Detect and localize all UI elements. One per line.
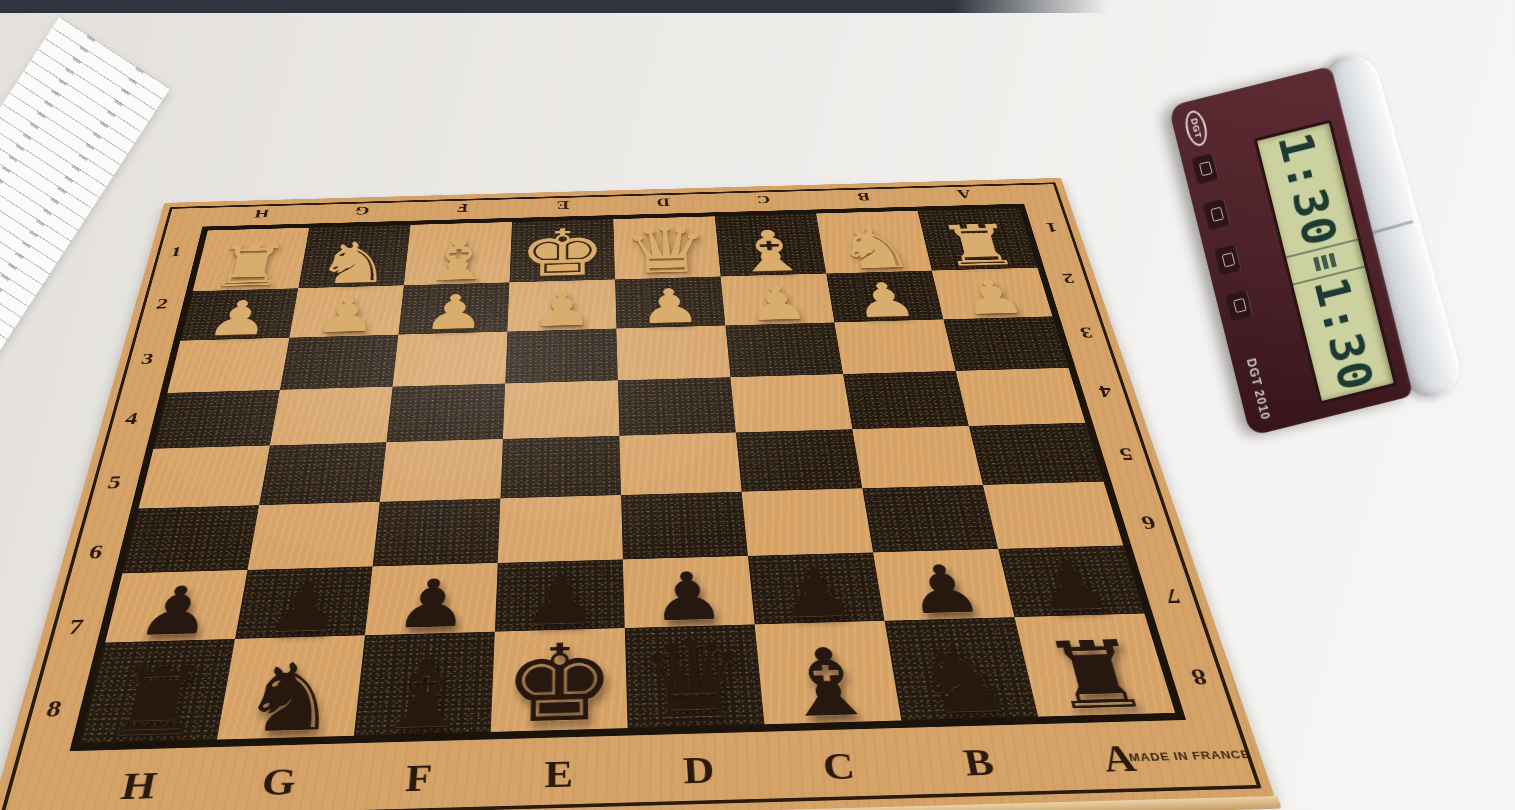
square-d7[interactable]: ♟ [623,556,755,628]
piece-white-pawn[interactable]: ♟ [530,287,593,333]
square-a6[interactable] [983,482,1123,549]
square-b1[interactable]: ♞ [816,211,932,274]
square-a1[interactable]: ♜ [918,208,1038,271]
square-e8[interactable]: ♚ [491,628,628,732]
square-e1[interactable]: ♚ [509,219,615,282]
square-g8[interactable]: ♞ [217,635,365,739]
coord-label-g: G [311,202,413,219]
piece-white-pawn[interactable]: ♟ [312,293,381,339]
coord-label-c: C [766,736,914,797]
square-h1[interactable]: ♜ [193,228,310,292]
coord-label-f: F [346,748,490,809]
coord-label-e: E [488,744,630,805]
square-b8[interactable]: ♞ [885,617,1039,721]
coord-label-h: H [62,755,214,810]
square-b6[interactable] [862,485,998,552]
piece-white-pawn[interactable]: ♟ [638,284,703,330]
square-c5[interactable] [736,429,862,492]
coord-label-d: D [628,740,772,801]
piece-black-knight[interactable]: ♞ [234,652,346,744]
square-c1[interactable]: ♝ [715,214,826,277]
square-e7[interactable]: ♟ [495,559,625,631]
square-h6[interactable] [122,505,259,573]
piece-white-pawn[interactable]: ♟ [203,296,275,343]
piece-black-pawn[interactable]: ♟ [262,576,345,641]
square-f8[interactable]: ♝ [354,631,495,735]
clock-button[interactable] [1192,153,1219,184]
piece-black-bishop[interactable]: ♝ [773,637,884,728]
square-g6[interactable] [248,502,380,570]
square-f7[interactable]: ♟ [365,563,498,636]
square-d1[interactable]: ♛ [613,216,720,279]
background-wall-band [0,0,1108,13]
square-c7[interactable]: ♟ [748,552,885,624]
square-e4[interactable] [503,380,619,439]
square-h5[interactable] [139,445,270,508]
square-g7[interactable]: ♟ [235,566,373,639]
piece-white-bishop[interactable]: ♝ [417,232,498,288]
square-c6[interactable] [742,488,873,555]
clock-button[interactable] [1226,290,1253,321]
piece-black-knight[interactable]: ♞ [904,634,1021,725]
square-d4[interactable] [618,377,736,436]
made-in-france-label: MADE IN FRANCE [1127,748,1252,764]
squares-grid: ♜♞♝♚♛♝♞♜♟♟♟♟♟♟♟♟♟♟♟♟♟♟♟♟♜♞♝♚♛♝♞♜ [70,204,1187,752]
clock-button[interactable] [1204,199,1231,230]
piece-black-pawn[interactable]: ♟ [901,558,988,623]
square-b5[interactable] [852,426,983,488]
square-d8[interactable]: ♛ [625,624,765,728]
piece-white-bishop[interactable]: ♝ [729,224,813,279]
square-a7[interactable]: ♟ [998,545,1144,617]
coord-label-d: D [613,194,714,211]
square-f1[interactable]: ♝ [404,222,512,285]
square-f4[interactable] [386,383,505,442]
square-d5[interactable] [619,432,741,495]
square-a8[interactable]: ♜ [1014,613,1175,716]
square-c4[interactable] [730,374,852,433]
piece-black-rook[interactable]: ♜ [1035,630,1158,721]
piece-white-king[interactable]: ♚ [517,222,607,285]
coord-label-g: G [204,752,352,810]
piece-black-pawn[interactable]: ♟ [392,572,471,637]
piece-white-rook[interactable]: ♜ [933,218,1024,273]
piece-white-pawn[interactable]: ♟ [421,290,486,336]
piece-black-pawn[interactable]: ♟ [775,562,857,627]
coord-label-h: H [210,205,313,222]
chess-board: HGFEDCBA 12345678 12345678 ♜♞♝♚♛♝♞♜♟♟♟♟♟… [0,178,1275,810]
clock-model-label: DGT 2010 [1244,357,1273,422]
square-a5[interactable] [969,423,1104,485]
coord-label-b: B [904,732,1055,792]
piece-white-rook[interactable]: ♜ [206,238,294,294]
piece-white-pawn[interactable]: ♟ [744,281,812,327]
piece-white-pawn[interactable]: ♟ [850,278,921,324]
piece-white-queen[interactable]: ♛ [621,219,713,282]
square-e5[interactable] [500,436,621,499]
clock-buttons [1192,153,1253,321]
square-a4[interactable] [956,368,1086,426]
square-g4[interactable] [270,386,393,445]
piece-black-queen[interactable]: ♛ [635,629,755,733]
coord-label-e: E [512,196,613,213]
square-h8[interactable]: ♜ [80,639,235,744]
piece-black-rook[interactable]: ♜ [97,656,215,748]
coord-label-a: A [912,185,1016,202]
piece-black-pawn[interactable]: ♟ [132,580,219,645]
square-g1[interactable]: ♞ [298,225,410,289]
square-g5[interactable] [259,442,386,505]
square-f6[interactable] [373,499,501,566]
chess-clock: 1:30 1:30 DGT DGT 2010 [1162,52,1467,438]
square-h7[interactable]: ♟ [105,570,247,643]
clock-button[interactable] [1215,244,1242,275]
square-b4[interactable] [843,371,969,429]
clock-time-left: 1:30 [1267,125,1348,254]
piece-black-bishop[interactable]: ♝ [371,648,477,740]
square-f5[interactable] [380,439,503,502]
coord-label-b: B [812,188,915,205]
square-c8[interactable]: ♝ [755,621,902,725]
piece-white-pawn[interactable]: ♟ [956,275,1030,321]
dgt-logo: DGT [1182,108,1210,148]
square-d6[interactable] [621,492,748,559]
square-h4[interactable] [153,390,280,449]
coord-label-f: F [412,199,513,216]
piece-white-knight[interactable]: ♞ [312,235,397,291]
clock-time-right: 1:30 [1303,270,1384,399]
piece-black-king[interactable]: ♚ [501,633,617,737]
piece-black-pawn[interactable]: ♟ [1027,555,1118,619]
piece-white-knight[interactable]: ♞ [831,221,919,276]
square-e6[interactable] [498,495,623,562]
coord-label-c: C [713,191,815,208]
square-b7[interactable]: ♟ [873,549,1014,621]
